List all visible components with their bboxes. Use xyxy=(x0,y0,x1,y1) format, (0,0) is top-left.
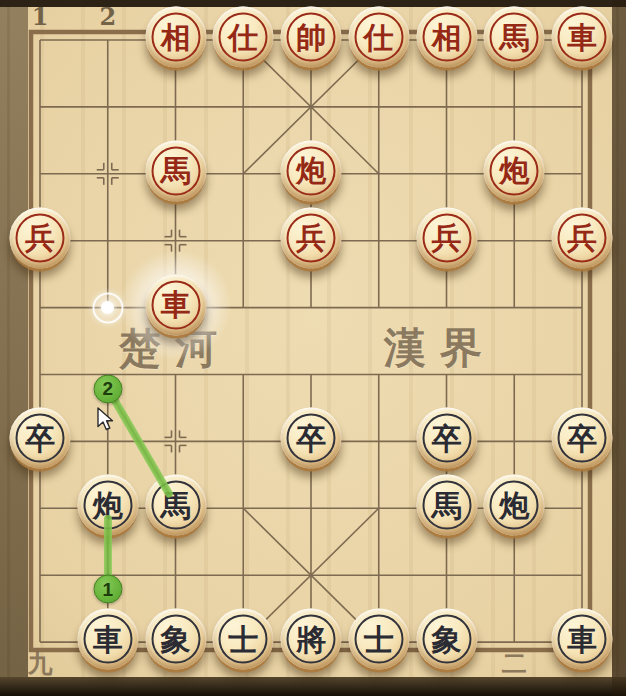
piece-red-horse[interactable]: 馬 xyxy=(145,140,206,201)
piece-glyph: 卒 xyxy=(416,408,477,469)
file-label-top-2: 2 xyxy=(99,2,116,31)
piece-red-soldier[interactable]: 兵 xyxy=(416,207,477,268)
piece-glyph: 仕 xyxy=(213,7,274,68)
piece-red-soldier[interactable]: 兵 xyxy=(281,207,342,268)
piece-glyph: 士 xyxy=(348,609,409,670)
piece-glyph: 相 xyxy=(416,7,477,68)
piece-red-cannon[interactable]: 炮 xyxy=(484,140,545,201)
piece-glyph: 車 xyxy=(145,274,206,335)
move-hint-marker-1: 1 xyxy=(93,575,122,604)
tap-sparkle-dot xyxy=(101,301,114,314)
file-label-bottom-1: 九 xyxy=(28,647,53,680)
piece-glyph: 將 xyxy=(281,609,342,670)
file-label-top-1: 1 xyxy=(32,2,49,31)
piece-red-soldier[interactable]: 兵 xyxy=(552,207,613,268)
piece-glyph: 士 xyxy=(213,609,274,670)
piece-glyph: 車 xyxy=(552,609,613,670)
piece-glyph: 車 xyxy=(552,7,613,68)
piece-black-soldier[interactable]: 卒 xyxy=(281,408,342,469)
piece-glyph: 車 xyxy=(77,609,138,670)
piece-glyph: 帥 xyxy=(281,7,342,68)
move-hint-marker-2: 2 xyxy=(93,374,122,403)
piece-glyph: 兵 xyxy=(10,207,71,268)
piece-glyph: 炮 xyxy=(281,140,342,201)
piece-glyph: 兵 xyxy=(281,207,342,268)
piece-red-soldier[interactable]: 兵 xyxy=(10,207,71,268)
piece-black-soldier[interactable]: 卒 xyxy=(552,408,613,469)
piece-glyph: 馬 xyxy=(416,475,477,536)
piece-red-elephant[interactable]: 相 xyxy=(416,7,477,68)
river-label-right: 漢界 xyxy=(384,320,496,376)
piece-glyph: 馬 xyxy=(484,7,545,68)
piece-glyph: 象 xyxy=(416,609,477,670)
piece-black-advisor[interactable]: 士 xyxy=(213,609,274,670)
piece-red-horse[interactable]: 馬 xyxy=(484,7,545,68)
piece-red-king[interactable]: 帥 xyxy=(281,7,342,68)
piece-glyph: 仕 xyxy=(348,7,409,68)
piece-red-chariot[interactable]: 車 xyxy=(552,7,613,68)
piece-red-cannon[interactable]: 炮 xyxy=(281,140,342,201)
file-label-bottom-8: 二 xyxy=(502,647,527,680)
piece-black-elephant[interactable]: 象 xyxy=(145,609,206,670)
piece-red-advisor[interactable]: 仕 xyxy=(348,7,409,68)
piece-red-chariot[interactable]: 車 xyxy=(145,274,206,335)
piece-glyph: 象 xyxy=(145,609,206,670)
piece-glyph: 馬 xyxy=(145,475,206,536)
piece-glyph: 馬 xyxy=(145,140,206,201)
piece-black-chariot[interactable]: 車 xyxy=(552,609,613,670)
piece-black-cannon[interactable]: 炮 xyxy=(484,475,545,536)
piece-black-elephant[interactable]: 象 xyxy=(416,609,477,670)
piece-red-advisor[interactable]: 仕 xyxy=(213,7,274,68)
piece-black-advisor[interactable]: 士 xyxy=(348,609,409,670)
piece-glyph: 相 xyxy=(145,7,206,68)
piece-glyph: 兵 xyxy=(416,207,477,268)
tap-sparkle-effect xyxy=(92,292,123,323)
piece-glyph: 兵 xyxy=(552,207,613,268)
piece-glyph: 炮 xyxy=(484,475,545,536)
piece-glyph: 炮 xyxy=(484,140,545,201)
xiangqi-board[interactable]: 楚河 漢界 12九二 相仕帥仕相馬車馬炮炮兵兵兵兵車卒卒卒卒炮馬馬炮車象士將士象… xyxy=(0,0,626,696)
piece-glyph: 卒 xyxy=(10,408,71,469)
piece-black-soldier[interactable]: 卒 xyxy=(416,408,477,469)
piece-black-soldier[interactable]: 卒 xyxy=(10,408,71,469)
piece-red-elephant[interactable]: 相 xyxy=(145,7,206,68)
piece-black-chariot[interactable]: 車 xyxy=(77,609,138,670)
piece-black-horse[interactable]: 馬 xyxy=(145,475,206,536)
piece-glyph: 卒 xyxy=(552,408,613,469)
piece-glyph: 卒 xyxy=(281,408,342,469)
piece-black-king[interactable]: 將 xyxy=(281,609,342,670)
piece-black-horse[interactable]: 馬 xyxy=(416,475,477,536)
